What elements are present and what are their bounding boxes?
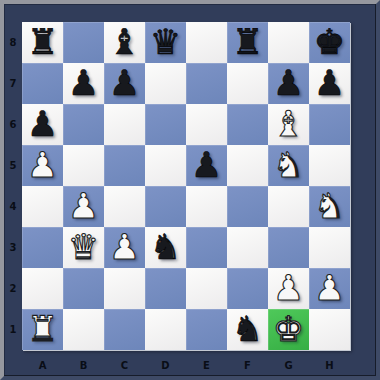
- square-b1[interactable]: [63, 309, 104, 350]
- piece-black-pawn[interactable]: ♟: [27, 107, 58, 142]
- square-b6[interactable]: [63, 104, 104, 145]
- square-e6[interactable]: [186, 104, 227, 145]
- piece-black-knight[interactable]: ♞: [150, 230, 181, 265]
- file-label-b: B: [63, 354, 104, 376]
- square-a4[interactable]: [22, 186, 63, 227]
- square-g2[interactable]: ♟: [268, 268, 309, 309]
- piece-black-king[interactable]: ♚: [314, 25, 345, 60]
- rank-label-8: 8: [4, 22, 22, 63]
- square-c8[interactable]: ♝: [104, 22, 145, 63]
- square-b3[interactable]: ♛: [63, 227, 104, 268]
- piece-black-rook[interactable]: ♜: [232, 25, 263, 60]
- square-d1[interactable]: [145, 309, 186, 350]
- piece-black-knight[interactable]: ♞: [232, 312, 263, 347]
- square-g8[interactable]: [268, 22, 309, 63]
- square-a1[interactable]: ♜: [22, 309, 63, 350]
- square-e2[interactable]: [186, 268, 227, 309]
- piece-black-bishop[interactable]: ♝: [109, 25, 140, 60]
- square-g4[interactable]: [268, 186, 309, 227]
- square-d8[interactable]: ♛: [145, 22, 186, 63]
- square-e7[interactable]: [186, 63, 227, 104]
- rank-label-1: 1: [4, 309, 22, 350]
- square-c2[interactable]: [104, 268, 145, 309]
- rank-label-5: 5: [4, 145, 22, 186]
- square-c6[interactable]: [104, 104, 145, 145]
- square-d4[interactable]: [145, 186, 186, 227]
- square-b7[interactable]: ♟: [63, 63, 104, 104]
- square-h2[interactable]: ♟: [309, 268, 350, 309]
- square-a7[interactable]: [22, 63, 63, 104]
- file-labels: ABCDEFGH: [22, 354, 350, 376]
- square-e8[interactable]: [186, 22, 227, 63]
- square-a8[interactable]: ♜: [22, 22, 63, 63]
- square-d6[interactable]: [145, 104, 186, 145]
- piece-white-pawn[interactable]: ♟: [273, 271, 304, 306]
- square-h5[interactable]: [309, 145, 350, 186]
- piece-black-rook[interactable]: ♜: [27, 25, 58, 60]
- square-f1[interactable]: ♞: [227, 309, 268, 350]
- square-a5[interactable]: ♟: [22, 145, 63, 186]
- piece-white-queen[interactable]: ♛: [68, 230, 99, 265]
- piece-black-pawn[interactable]: ♟: [273, 66, 304, 101]
- square-f4[interactable]: [227, 186, 268, 227]
- square-b8[interactable]: [63, 22, 104, 63]
- piece-black-pawn[interactable]: ♟: [191, 148, 222, 183]
- square-c7[interactable]: ♟: [104, 63, 145, 104]
- square-a6[interactable]: ♟: [22, 104, 63, 145]
- square-d5[interactable]: [145, 145, 186, 186]
- square-a3[interactable]: [22, 227, 63, 268]
- square-c3[interactable]: ♟: [104, 227, 145, 268]
- square-d2[interactable]: [145, 268, 186, 309]
- square-c5[interactable]: [104, 145, 145, 186]
- square-e3[interactable]: [186, 227, 227, 268]
- square-g7[interactable]: ♟: [268, 63, 309, 104]
- piece-white-pawn[interactable]: ♟: [109, 230, 140, 265]
- square-f6[interactable]: [227, 104, 268, 145]
- square-d7[interactable]: [145, 63, 186, 104]
- square-e5[interactable]: ♟: [186, 145, 227, 186]
- board-frame: 87654321 ♜♝♛♜♚♟♟♟♟♟♝♟♟♞♟♞♛♟♞♟♟♜♞♚ ABCDEF…: [0, 0, 380, 380]
- square-f7[interactable]: [227, 63, 268, 104]
- square-c1[interactable]: [104, 309, 145, 350]
- square-e4[interactable]: [186, 186, 227, 227]
- square-a2[interactable]: [22, 268, 63, 309]
- square-h6[interactable]: [309, 104, 350, 145]
- square-g1[interactable]: ♚: [268, 309, 309, 350]
- piece-black-pawn[interactable]: ♟: [314, 66, 345, 101]
- square-g3[interactable]: [268, 227, 309, 268]
- square-h7[interactable]: ♟: [309, 63, 350, 104]
- chess-board[interactable]: ♜♝♛♜♚♟♟♟♟♟♝♟♟♞♟♞♛♟♞♟♟♜♞♚: [22, 22, 350, 350]
- square-d3[interactable]: ♞: [145, 227, 186, 268]
- piece-black-pawn[interactable]: ♟: [68, 66, 99, 101]
- piece-white-knight[interactable]: ♞: [273, 148, 304, 183]
- square-b4[interactable]: ♟: [63, 186, 104, 227]
- square-g5[interactable]: ♞: [268, 145, 309, 186]
- file-label-a: A: [22, 354, 63, 376]
- file-label-c: C: [104, 354, 145, 376]
- file-label-e: E: [186, 354, 227, 376]
- rank-labels: 87654321: [4, 22, 22, 350]
- rank-label-6: 6: [4, 104, 22, 145]
- piece-white-rook[interactable]: ♜: [27, 312, 58, 347]
- piece-white-pawn[interactable]: ♟: [68, 189, 99, 224]
- file-label-h: H: [309, 354, 350, 376]
- square-h8[interactable]: ♚: [309, 22, 350, 63]
- square-b2[interactable]: [63, 268, 104, 309]
- rank-label-4: 4: [4, 186, 22, 227]
- square-c4[interactable]: [104, 186, 145, 227]
- rank-label-2: 2: [4, 268, 22, 309]
- file-label-d: D: [145, 354, 186, 376]
- square-g6[interactable]: ♝: [268, 104, 309, 145]
- piece-black-queen[interactable]: ♛: [150, 25, 181, 60]
- piece-white-bishop[interactable]: ♝: [273, 107, 304, 142]
- piece-white-pawn[interactable]: ♟: [27, 148, 58, 183]
- piece-white-king[interactable]: ♚: [273, 312, 304, 347]
- piece-white-knight[interactable]: ♞: [314, 189, 345, 224]
- rank-label-3: 3: [4, 227, 22, 268]
- piece-white-pawn[interactable]: ♟: [314, 271, 345, 306]
- square-h1[interactable]: [309, 309, 350, 350]
- file-label-f: F: [227, 354, 268, 376]
- square-f5[interactable]: [227, 145, 268, 186]
- piece-black-pawn[interactable]: ♟: [109, 66, 140, 101]
- rank-label-7: 7: [4, 63, 22, 104]
- square-e1[interactable]: [186, 309, 227, 350]
- square-f8[interactable]: ♜: [227, 22, 268, 63]
- square-f3[interactable]: [227, 227, 268, 268]
- file-label-g: G: [268, 354, 309, 376]
- square-f2[interactable]: [227, 268, 268, 309]
- square-h3[interactable]: [309, 227, 350, 268]
- square-h4[interactable]: ♞: [309, 186, 350, 227]
- square-b5[interactable]: [63, 145, 104, 186]
